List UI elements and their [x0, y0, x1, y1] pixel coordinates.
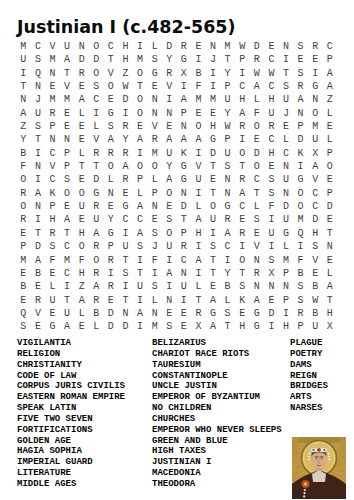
grid-cell: L: [279, 240, 294, 253]
grid-cell: E: [250, 227, 265, 240]
grid-cell: S: [133, 240, 148, 253]
grid-cell: T: [31, 227, 46, 240]
grid-cell: G: [104, 227, 119, 240]
grid-cell: O: [89, 67, 104, 80]
grid-cell: K: [293, 147, 308, 160]
grid-cell: R: [104, 147, 119, 160]
word-list-item: POETRY: [290, 349, 347, 360]
grid-cell: A: [60, 320, 75, 333]
grid-cell: E: [133, 120, 148, 133]
grid-cell: Z: [118, 67, 133, 80]
word-list-item: UNCLE JUSTIN: [152, 381, 290, 392]
grid-cell: T: [133, 267, 148, 280]
grid-cell: A: [322, 80, 337, 93]
grid-cell: E: [322, 173, 337, 186]
word-list-item: EMPEROR WHO NEVER SLEEPS: [152, 425, 290, 436]
grid-cell: T: [206, 160, 221, 173]
grid-cell: P: [220, 80, 235, 93]
grid-cell: U: [279, 173, 294, 186]
grid-cell: A: [74, 93, 89, 106]
grid-cell: A: [162, 133, 177, 146]
word-list-item: GOLDEN AGE: [17, 436, 152, 447]
grid-cell: I: [220, 254, 235, 267]
grid-cell: P: [322, 187, 337, 200]
grid-cell: E: [45, 80, 60, 93]
grid-cell: G: [104, 107, 119, 120]
grid-cell: M: [147, 320, 162, 333]
grid-cell: P: [177, 227, 192, 240]
grid-cell: D: [279, 200, 294, 213]
grid-cell: D: [308, 213, 323, 226]
grid-cell: F: [293, 254, 308, 267]
grid-cell: R: [118, 120, 133, 133]
grid-cell: N: [118, 307, 133, 320]
grid-cell: T: [206, 267, 221, 280]
grid-cell: E: [264, 294, 279, 307]
grid-cell: V: [250, 240, 265, 253]
grid-cell: I: [133, 294, 148, 307]
grid-cell: T: [206, 254, 221, 267]
grid-cell: E: [250, 133, 265, 146]
grid-cell: E: [264, 40, 279, 53]
grid-cell: T: [206, 187, 221, 200]
grid-cell: H: [45, 213, 60, 226]
grid-cell: N: [104, 187, 119, 200]
grid-cell: E: [16, 294, 31, 307]
grid-cell: A: [104, 133, 119, 146]
grid-cell: R: [264, 120, 279, 133]
grid-cell: T: [74, 160, 89, 173]
grid-cell: P: [133, 173, 148, 186]
grid-cell: I: [191, 187, 206, 200]
grid-cell: R: [308, 40, 323, 53]
grid-cell: U: [16, 53, 31, 66]
grid-cell: R: [177, 40, 192, 53]
grid-cell: E: [74, 213, 89, 226]
grid-cell: O: [16, 173, 31, 186]
grid-cell: A: [60, 213, 75, 226]
grid-cell: M: [293, 213, 308, 226]
grid-cell: N: [177, 267, 192, 280]
grid-cell: L: [89, 320, 104, 333]
grid-cell: M: [45, 53, 60, 66]
grid-cell: A: [206, 294, 221, 307]
grid-cell: E: [264, 160, 279, 173]
grid-cell: A: [177, 133, 192, 146]
grid-cell: E: [206, 280, 221, 293]
grid-cell: I: [162, 280, 177, 293]
grid-cell: U: [279, 213, 294, 226]
grid-cell: R: [89, 267, 104, 280]
grid-cell: R: [74, 67, 89, 80]
grid-cell: S: [89, 80, 104, 93]
grid-cell: G: [89, 187, 104, 200]
grid-cell: U: [162, 147, 177, 160]
grid-cell: R: [89, 147, 104, 160]
grid-cell: L: [322, 133, 337, 146]
grid-cell: S: [235, 280, 250, 293]
grid-cell: G: [45, 320, 60, 333]
grid-cell: N: [45, 67, 60, 80]
grid-cell: P: [60, 160, 75, 173]
grid-cell: A: [31, 254, 46, 267]
grid-cell: S: [147, 227, 162, 240]
grid-cell: M: [308, 120, 323, 133]
grid-cell: E: [60, 107, 75, 120]
grid-cell: R: [118, 147, 133, 160]
grid-cell: E: [177, 320, 192, 333]
grid-cell: R: [235, 173, 250, 186]
grid-cell: X: [308, 147, 323, 160]
grid-cell: M: [191, 93, 206, 106]
grid-cell: T: [235, 160, 250, 173]
grid-cell: N: [16, 93, 31, 106]
grid-cell: H: [308, 227, 323, 240]
grid-cell: N: [293, 107, 308, 120]
grid-cell: T: [104, 53, 119, 66]
grid-cell: A: [308, 160, 323, 173]
grid-cell: S: [60, 173, 75, 186]
grid-cell: G: [250, 307, 265, 320]
grid-cell: S: [45, 240, 60, 253]
grid-cell: M: [16, 40, 31, 53]
grid-cell: Q: [16, 307, 31, 320]
grid-cell: B: [191, 67, 206, 80]
grid-cell: S: [162, 320, 177, 333]
grid-cell: N: [31, 80, 46, 93]
word-list-item: BELIZARIUS: [152, 338, 290, 349]
grid-cell: W: [220, 120, 235, 133]
grid-cell: I: [308, 67, 323, 80]
grid-cell: E: [74, 173, 89, 186]
grid-cell: L: [133, 187, 148, 200]
grid-cell: I: [264, 240, 279, 253]
grid-cell: U: [162, 240, 177, 253]
grid-cell: P: [322, 53, 337, 66]
grid-cell: I: [206, 67, 221, 80]
grid-cell: O: [322, 160, 337, 173]
grid-cell: U: [220, 93, 235, 106]
grid-cell: G: [279, 227, 294, 240]
grid-cell: J: [147, 240, 162, 253]
grid-cell: L: [74, 107, 89, 120]
grid-cell: N: [220, 173, 235, 186]
grid-cell: O: [16, 200, 31, 213]
grid-cell: E: [322, 120, 337, 133]
grid-cell: S: [293, 280, 308, 293]
grid-cell: N: [60, 133, 75, 146]
grid-cell: T: [118, 294, 133, 307]
grid-cell: F: [147, 254, 162, 267]
word-list-item: TAURESIUM: [152, 360, 290, 371]
grid-cell: I: [133, 254, 148, 267]
grid-cell: S: [264, 254, 279, 267]
grid-cell: U: [31, 107, 46, 120]
grid-cell: C: [220, 240, 235, 253]
grid-cell: P: [293, 320, 308, 333]
grid-cell: V: [162, 80, 177, 93]
grid-cell: H: [74, 227, 89, 240]
grid-cell: I: [177, 294, 192, 307]
word-list-column-2: BELIZARIUSCHARIOT RACE RIOTSTAURESIUMCON…: [152, 338, 290, 490]
grid-cell: H: [191, 227, 206, 240]
grid-cell: E: [308, 267, 323, 280]
grid-cell: E: [162, 200, 177, 213]
grid-cell: S: [293, 67, 308, 80]
grid-cell: Y: [162, 53, 177, 66]
grid-cell: U: [133, 280, 148, 293]
grid-cell: D: [89, 173, 104, 186]
grid-cell: N: [279, 160, 294, 173]
grid-cell: S: [264, 187, 279, 200]
grid-cell: I: [191, 267, 206, 280]
grid-cell: X: [322, 320, 337, 333]
grid-cell: P: [279, 294, 294, 307]
grid-cell: C: [308, 200, 323, 213]
grid-cell: E: [16, 267, 31, 280]
grid-cell: O: [89, 254, 104, 267]
grid-cell: K: [45, 187, 60, 200]
word-list-item: EMPEROR OF BYZANTIUM: [152, 392, 290, 403]
grid-cell: N: [147, 107, 162, 120]
grid-cell: N: [162, 107, 177, 120]
grid-cell: B: [220, 280, 235, 293]
grid-cell: E: [147, 213, 162, 226]
grid-cell: Y: [16, 133, 31, 146]
grid-cell: L: [250, 93, 265, 106]
grid-cell: P: [45, 200, 60, 213]
grid-cell: N: [206, 40, 221, 53]
grid-cell: U: [191, 173, 206, 186]
grid-cell: E: [147, 80, 162, 93]
grid-cell: R: [293, 307, 308, 320]
grid-cell: C: [31, 40, 46, 53]
grid-cell: H: [235, 320, 250, 333]
grid-cell: R: [220, 213, 235, 226]
word-list-item: HAGIA SOPHIA: [17, 446, 152, 457]
grid-cell: E: [74, 133, 89, 146]
grid-cell: N: [279, 187, 294, 200]
grid-cell: I: [293, 240, 308, 253]
grid-cell: T: [322, 227, 337, 240]
grid-cell: V: [45, 160, 60, 173]
grid-cell: T: [133, 80, 148, 93]
grid-cell: C: [177, 254, 192, 267]
grid-cell: G: [118, 200, 133, 213]
grid-cell: E: [162, 120, 177, 133]
grid-cell: C: [264, 80, 279, 93]
grid-cell: E: [104, 93, 119, 106]
grid-cell: S: [220, 160, 235, 173]
grid-cell: L: [322, 107, 337, 120]
grid-cell: E: [191, 107, 206, 120]
grid-cell: P: [220, 133, 235, 146]
grid-cell: U: [308, 320, 323, 333]
grid-cell: I: [60, 280, 75, 293]
grid-cell: U: [177, 280, 192, 293]
grid-cell: W: [308, 294, 323, 307]
grid-cell: T: [16, 80, 31, 93]
grid-cell: P: [60, 147, 75, 160]
grid-cell: S: [308, 240, 323, 253]
grid-cell: Z: [74, 280, 89, 293]
grid-cell: W: [235, 40, 250, 53]
grid-cell: U: [279, 93, 294, 106]
grid-cell: Q: [293, 227, 308, 240]
grid-cell: I: [31, 147, 46, 160]
grid-cell: L: [191, 200, 206, 213]
word-list-item: BRIDGES: [290, 381, 347, 392]
grid-cell: Y: [104, 213, 119, 226]
grid-cell: A: [177, 93, 192, 106]
grid-cell: Z: [322, 93, 337, 106]
word-list-item: NARSES: [290, 403, 347, 414]
grid-cell: R: [45, 227, 60, 240]
grid-cell: W: [264, 67, 279, 80]
grid-cell: B: [89, 307, 104, 320]
grid-cell: C: [45, 147, 60, 160]
grid-cell: U: [206, 213, 221, 226]
grid-cell: A: [162, 173, 177, 186]
grid-cell: L: [147, 173, 162, 186]
grid-cell: E: [16, 227, 31, 240]
grid-cell: N: [45, 133, 60, 146]
grid-cell: F: [264, 200, 279, 213]
grid-cell: L: [45, 280, 60, 293]
grid-cell: F: [16, 160, 31, 173]
grid-cell: C: [235, 200, 250, 213]
grid-cell: G: [206, 307, 221, 320]
grid-cell: S: [118, 267, 133, 280]
grid-cell: V: [308, 254, 323, 267]
grid-cell: I: [133, 40, 148, 53]
grid-cell: T: [177, 213, 192, 226]
grid-cell: I: [235, 67, 250, 80]
page-title: Justinian I (c.482-565): [17, 17, 236, 37]
grid-cell: O: [147, 160, 162, 173]
grid-cell: V: [45, 40, 60, 53]
grid-cell: G: [308, 80, 323, 93]
grid-cell: N: [279, 40, 294, 53]
grid-cell: X: [191, 320, 206, 333]
grid-cell: U: [45, 294, 60, 307]
grid-cell: M: [206, 93, 221, 106]
grid-cell: C: [322, 40, 337, 53]
grid-cell: I: [31, 173, 46, 186]
grid-cell: E: [118, 187, 133, 200]
grid-cell: I: [206, 227, 221, 240]
grid-cell: P: [45, 120, 60, 133]
grid-cell: E: [308, 53, 323, 66]
grid-cell: R: [250, 267, 265, 280]
grid-cell: I: [147, 267, 162, 280]
grid-cell: W: [250, 67, 265, 80]
grid-cell: B: [16, 280, 31, 293]
grid-cell: V: [191, 160, 206, 173]
grid-cell: A: [60, 53, 75, 66]
grid-cell: S: [147, 53, 162, 66]
grid-cell: A: [89, 227, 104, 240]
grid-cell: V: [104, 67, 119, 80]
grid-cell: N: [74, 40, 89, 53]
grid-cell: P: [322, 147, 337, 160]
grid-cell: S: [162, 213, 177, 226]
grid-cell: S: [147, 280, 162, 293]
grid-cell: U: [308, 133, 323, 146]
grid-cell: G: [177, 173, 192, 186]
grid-cell: R: [89, 240, 104, 253]
grid-cell: L: [250, 200, 265, 213]
grid-cell: I: [118, 227, 133, 240]
grid-cell: I: [235, 240, 250, 253]
grid-cell: M: [60, 254, 75, 267]
grid-cell: D: [31, 240, 46, 253]
grid-cell: L: [74, 147, 89, 160]
grid-cell: A: [191, 213, 206, 226]
word-list-item: PLAGUE: [290, 338, 347, 349]
grid-cell: V: [31, 307, 46, 320]
grid-cell: T: [60, 67, 75, 80]
grid-cell: Z: [16, 120, 31, 133]
grid-cell: I: [118, 107, 133, 120]
grid-cell: M: [279, 254, 294, 267]
grid-cell: B: [293, 267, 308, 280]
grid-cell: G: [220, 200, 235, 213]
word-list-item: ARTS: [290, 392, 347, 403]
grid-cell: E: [60, 120, 75, 133]
word-list-item: MIDDLE AGES: [17, 479, 152, 490]
grid-cell: C: [60, 267, 75, 280]
grid-cell: A: [322, 67, 337, 80]
grid-cell: M: [220, 40, 235, 53]
grid-cell: R: [31, 294, 46, 307]
word-list-item: GREEN AND BLUE: [152, 436, 290, 447]
grid-cell: S: [220, 307, 235, 320]
word-list-item: VIGILANTIA: [17, 338, 152, 349]
grid-cell: U: [60, 40, 75, 53]
grid-cell: L: [279, 133, 294, 146]
grid-cell: B: [31, 267, 46, 280]
grid-cell: N: [31, 200, 46, 213]
grid-cell: A: [206, 320, 221, 333]
grid-cell: Y: [118, 133, 133, 146]
grid-cell: I: [235, 133, 250, 146]
grid-cell: N: [147, 200, 162, 213]
grid-cell: C: [118, 213, 133, 226]
grid-cell: I: [279, 53, 294, 66]
grid-cell: N: [147, 307, 162, 320]
grid-cell: J: [31, 93, 46, 106]
grid-cell: T: [250, 187, 265, 200]
grid-cell: A: [250, 80, 265, 93]
grid-cell: T: [322, 294, 337, 307]
grid-cell: T: [220, 320, 235, 333]
grid-cell: N: [250, 254, 265, 267]
grid-cell: M: [60, 93, 75, 106]
grid-cell: K: [235, 294, 250, 307]
word-list-item: THEODORA: [152, 479, 290, 490]
grid-cell: E: [74, 320, 89, 333]
grid-cell: T: [191, 294, 206, 307]
grid-cell: I: [191, 147, 206, 160]
grid-cell: C: [279, 147, 294, 160]
grid-cell: L: [104, 173, 119, 186]
grid-cell: D: [118, 93, 133, 106]
grid-cell: I: [264, 213, 279, 226]
grid-cell: L: [147, 40, 162, 53]
grid-cell: O: [74, 187, 89, 200]
grid-cell: H: [322, 307, 337, 320]
